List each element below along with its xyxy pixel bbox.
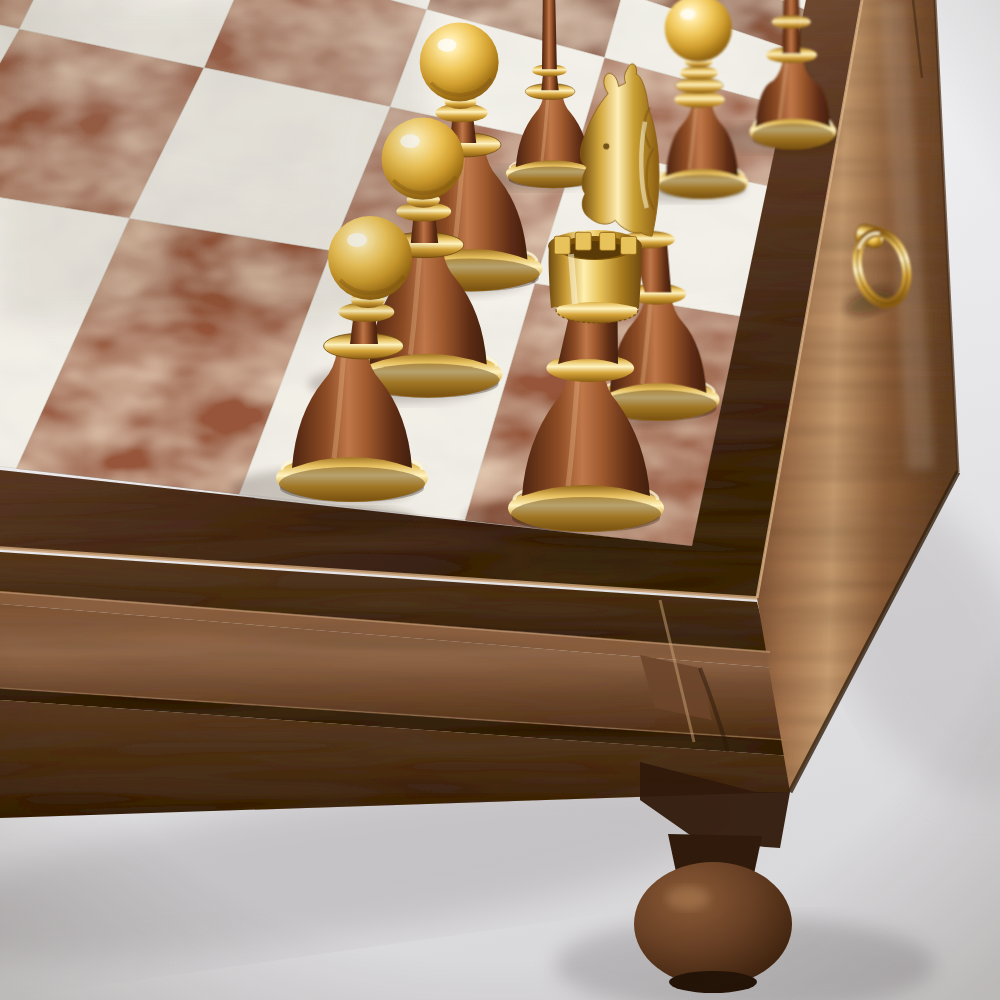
vignette bbox=[0, 0, 1000, 1000]
photo-chess-set-corner bbox=[0, 0, 1000, 1000]
chessboard-scene bbox=[0, 0, 1000, 1000]
